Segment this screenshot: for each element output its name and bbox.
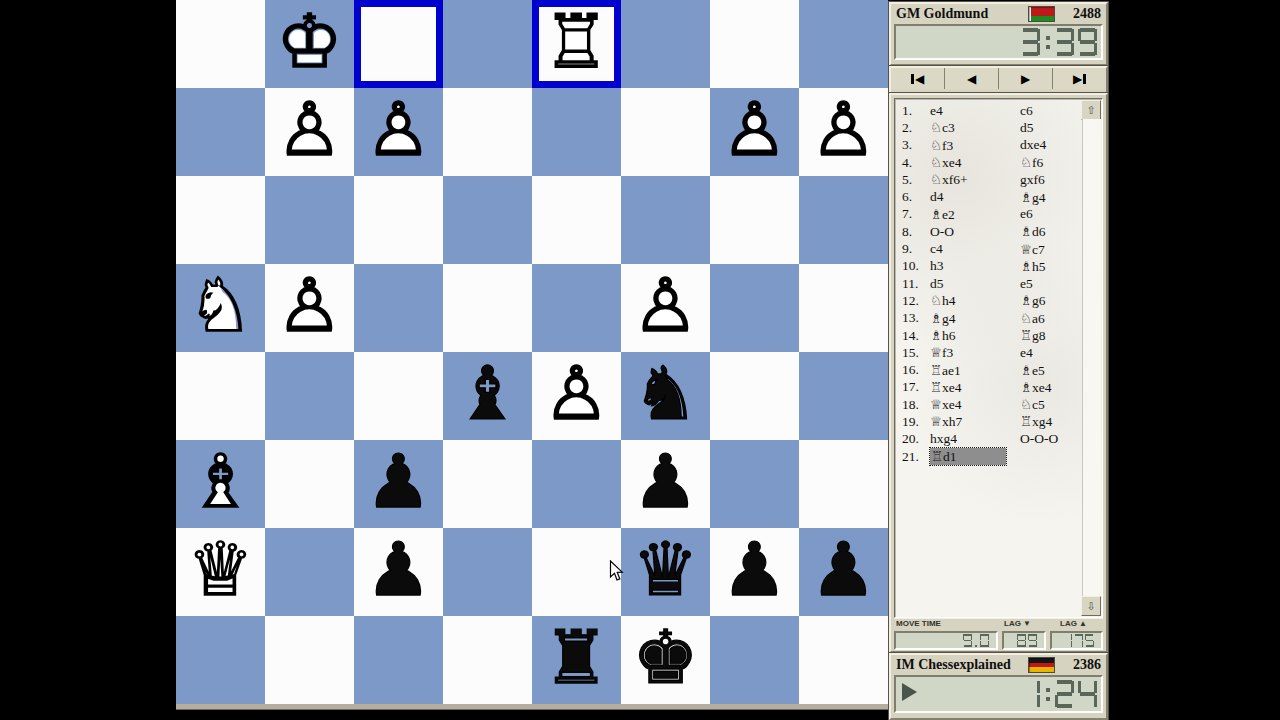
square-g6[interactable] — [265, 440, 354, 528]
chess-board: ♚♔♜♖♟♙♟♙♟♙♟♙♞♘♟♙♟♙♝♟♙♞♝♗♟♟♛♕♟♛♟♟♜♚ — [176, 0, 888, 704]
move-number: 11. — [897, 276, 930, 292]
move-number: 15. — [897, 345, 930, 361]
white-move[interactable]: d5 — [930, 276, 1020, 292]
black-move[interactable]: e5 — [1020, 276, 1082, 292]
piece-black-king: ♚ — [621, 616, 710, 704]
piece-white-pawn: ♟♙ — [532, 352, 621, 440]
square-h2[interactable] — [176, 88, 265, 176]
square-b3[interactable] — [710, 176, 799, 264]
last-move-bar-icon — [1083, 74, 1086, 84]
piece-white-knight: ♞♘ — [176, 264, 265, 352]
white-move[interactable]: ♗h6 — [930, 327, 1020, 344]
square-d2[interactable] — [532, 88, 621, 176]
move-row-7: 7.♗e2e6 — [897, 206, 1082, 223]
square-a6[interactable] — [799, 440, 888, 528]
first-move-bar-icon — [911, 74, 914, 84]
move-number: 8. — [897, 224, 930, 240]
on-move-indicator-icon — [902, 683, 917, 701]
white-move[interactable]: ♖xe4 — [930, 379, 1020, 396]
white-move[interactable]: h3 — [930, 258, 1020, 274]
move-number: 5. — [897, 172, 930, 188]
square-f1[interactable] — [354, 0, 443, 88]
white-move[interactable]: ♘xf6+ — [930, 171, 1020, 188]
piece-white-pawn: ♟♙ — [265, 88, 354, 176]
last-move-icon: ▶ — [1073, 73, 1082, 85]
square-a8[interactable] — [799, 616, 888, 704]
square-e2[interactable] — [443, 88, 532, 176]
move-row-3: 3.♘f3dxe4 — [897, 137, 1082, 154]
black-move[interactable]: ♗d6 — [1020, 223, 1082, 240]
black-move[interactable]: d5 — [1020, 120, 1082, 136]
move-number: 14. — [897, 328, 930, 344]
status-labels-row: MOVE TIME LAG ▼ LAG ▲ — [894, 618, 1103, 632]
black-move[interactable]: ♗h5 — [1020, 258, 1082, 275]
square-c7[interactable]: ♛ — [621, 528, 710, 616]
last-move-button[interactable]: ▶ — [1053, 68, 1106, 89]
white-move[interactable]: ♘xe4 — [930, 154, 1020, 171]
square-f3[interactable] — [354, 176, 443, 264]
white-move[interactable]: ♗e2 — [930, 206, 1020, 223]
selected-move[interactable]: ♖d1 — [930, 448, 1006, 465]
top-player-name: GM Goldmund — [896, 6, 1028, 22]
bottom-player-rating: 2386 — [1055, 657, 1101, 673]
move-number: 12. — [897, 293, 930, 309]
move-number: 17. — [897, 379, 930, 395]
square-g2[interactable]: ♟♙ — [265, 88, 354, 176]
white-move[interactable]: ♘f3 — [930, 137, 1020, 154]
move-row-18: 18.♕xe4♘c5 — [897, 396, 1082, 413]
square-e5[interactable]: ♝ — [443, 352, 532, 440]
move-row-8: 8.O-O♗d6 — [897, 223, 1082, 240]
square-c5[interactable]: ♞ — [621, 352, 710, 440]
piece-black-pawn: ♟ — [710, 528, 799, 616]
move-row-2: 2.♘c3d5 — [897, 119, 1082, 136]
square-h8[interactable] — [176, 616, 265, 704]
piece-white-pawn: ♟♙ — [354, 88, 443, 176]
square-a7[interactable]: ♟ — [799, 528, 888, 616]
white-move[interactable]: ♕f3 — [930, 344, 1020, 361]
move-number: 9. — [897, 241, 930, 257]
square-g3[interactable] — [265, 176, 354, 264]
square-g8[interactable] — [265, 616, 354, 704]
move-row-11: 11.d5e5 — [897, 275, 1082, 292]
black-move[interactable]: ♖g8 — [1020, 327, 1082, 344]
piece-black-bishop: ♝ — [443, 352, 532, 440]
status-boxes-row — [894, 631, 1103, 650]
top-player-name-row: GM Goldmund 2488 — [891, 4, 1106, 23]
square-a2[interactable]: ♟♙ — [799, 88, 888, 176]
square-h6[interactable]: ♝♗ — [176, 440, 265, 528]
move-number: 16. — [897, 362, 930, 378]
square-c6[interactable]: ♟ — [621, 440, 710, 528]
move-row-16: 16.♖ae1♗e5 — [897, 361, 1082, 378]
square-f7[interactable]: ♟ — [354, 528, 443, 616]
white-move[interactable]: hxg4 — [930, 431, 1020, 447]
square-e6[interactable] — [443, 440, 532, 528]
piece-black-pawn: ♟ — [354, 440, 443, 528]
bottom-player-flag-germany — [1028, 657, 1055, 673]
piece-black-pawn: ♟ — [799, 528, 888, 616]
white-move[interactable]: ♕xh7 — [930, 413, 1020, 430]
square-e3[interactable] — [443, 176, 532, 264]
move-row-21: 21.♖d1 — [897, 448, 1082, 465]
move-row-14: 14.♗h6♖g8 — [897, 327, 1082, 344]
scroll-down-icon: ⇩ — [1086, 600, 1095, 613]
move-row-6: 6.d4♗g4 — [897, 188, 1082, 205]
square-c3[interactable] — [621, 176, 710, 264]
move-row-10: 10.h3♗h5 — [897, 258, 1082, 275]
square-g5[interactable] — [265, 352, 354, 440]
black-move[interactable]: ♗g6 — [1020, 292, 1082, 309]
move-number: 13. — [897, 310, 930, 326]
piece-white-pawn: ♟♙ — [710, 88, 799, 176]
move-number: 1. — [897, 103, 930, 119]
white-move[interactable]: ♖d1 — [930, 448, 1020, 465]
square-b4[interactable] — [710, 264, 799, 352]
square-h3[interactable] — [176, 176, 265, 264]
black-move[interactable]: ♗e5 — [1020, 362, 1082, 379]
top-player-clock — [894, 24, 1103, 60]
white-move[interactable]: d4 — [930, 189, 1020, 205]
move-number: 6. — [897, 189, 930, 205]
move-number: 21. — [897, 449, 930, 465]
move-list: 1.e4c62.♘c3d53.♘f3dxe44.♘xe4♘f65.♘xf6+gx… — [894, 98, 1103, 618]
black-move[interactable]: ♕c7 — [1020, 241, 1082, 258]
black-move[interactable]: ♗xe4 — [1020, 379, 1082, 396]
move-number: 3. — [897, 137, 930, 153]
move-list-window: 1.e4c62.♘c3d53.♘f3dxe44.♘xe4♘f65.♘xf6+gx… — [889, 93, 1108, 653]
square-e7[interactable] — [443, 528, 532, 616]
move-row-15: 15.♕f3e4 — [897, 344, 1082, 361]
white-move[interactable]: ♖ae1 — [930, 362, 1020, 379]
move-row-13: 13.♗g4♘a6 — [897, 310, 1082, 327]
square-b6[interactable] — [710, 440, 799, 528]
square-b2[interactable]: ♟♙ — [710, 88, 799, 176]
black-move[interactable]: e4 — [1020, 345, 1082, 361]
square-c4[interactable]: ♟♙ — [621, 264, 710, 352]
scroll-up-button[interactable]: ⇧ — [1081, 100, 1101, 120]
piece-white-pawn: ♟♙ — [265, 264, 354, 352]
move-row-1: 1.e4c6 — [897, 102, 1082, 119]
square-a1[interactable] — [799, 0, 888, 88]
square-b1[interactable] — [710, 0, 799, 88]
square-a5[interactable] — [799, 352, 888, 440]
top-player-rating: 2488 — [1055, 6, 1101, 22]
piece-white-pawn: ♟♙ — [799, 88, 888, 176]
first-move-button[interactable]: ◀ — [891, 68, 945, 89]
move-number: 20. — [897, 431, 930, 447]
next-move-button[interactable]: ▶ — [999, 68, 1053, 89]
lag-up-display — [1050, 631, 1103, 650]
square-g4[interactable]: ♟♙ — [265, 264, 354, 352]
square-h5[interactable] — [176, 352, 265, 440]
black-move[interactable]: ♖xg4 — [1020, 413, 1082, 430]
white-move[interactable]: e4 — [930, 103, 1020, 119]
square-d8[interactable]: ♜ — [532, 616, 621, 704]
white-move[interactable]: O-O — [930, 224, 1020, 240]
square-b7[interactable]: ♟ — [710, 528, 799, 616]
move-number: 2. — [897, 120, 930, 136]
square-d3[interactable] — [532, 176, 621, 264]
square-d4[interactable] — [532, 264, 621, 352]
bottom-player-name-row: IM Chessexplained 2386 — [891, 655, 1106, 674]
scroll-up-icon: ⇧ — [1086, 104, 1095, 117]
piece-black-rook: ♜ — [532, 616, 621, 704]
square-h4[interactable]: ♞♘ — [176, 264, 265, 352]
square-f4[interactable] — [354, 264, 443, 352]
move-number: 10. — [897, 258, 930, 274]
move-row-17: 17.♖xe4♗xe4 — [897, 379, 1082, 396]
bottom-player-clock — [894, 675, 1103, 713]
white-move[interactable]: ♗g4 — [930, 310, 1020, 327]
move-row-9: 9.c4♕c7 — [897, 240, 1082, 257]
piece-black-pawn: ♟ — [354, 528, 443, 616]
square-d7[interactable] — [532, 528, 621, 616]
move-row-20: 20.hxg4O-O-O — [897, 431, 1082, 448]
black-move[interactable]: ♘c5 — [1020, 396, 1082, 413]
top-player-panel: GM Goldmund 2488 — [889, 2, 1108, 66]
square-b8[interactable] — [710, 616, 799, 704]
black-move[interactable]: ♗g4 — [1020, 189, 1082, 206]
piece-white-queen: ♛♕ — [176, 528, 265, 616]
square-g7[interactable] — [265, 528, 354, 616]
square-d1[interactable]: ♜♖ — [532, 0, 621, 88]
square-d6[interactable] — [532, 440, 621, 528]
square-f5[interactable] — [354, 352, 443, 440]
move-number: 4. — [897, 155, 930, 171]
previous-move-icon: ◀ — [967, 73, 976, 85]
square-g1[interactable]: ♚♔ — [265, 0, 354, 88]
black-move[interactable]: gxf6 — [1020, 172, 1082, 188]
move-row-19: 19.♕xh7♖xg4 — [897, 413, 1082, 430]
scrollbar-track[interactable] — [1082, 119, 1101, 597]
black-move[interactable]: ♘a6 — [1020, 310, 1082, 327]
move-row-4: 4.♘xe4♘f6 — [897, 154, 1082, 171]
move-number: 18. — [897, 397, 930, 413]
piece-white-pawn: ♟♙ — [621, 264, 710, 352]
bottom-player-name: IM Chessexplained — [896, 657, 1028, 673]
move-time-display — [894, 631, 998, 650]
move-row-12: 12.♘h4♗g6 — [897, 292, 1082, 309]
piece-white-bishop: ♝♗ — [176, 440, 265, 528]
piece-white-rook: ♜♖ — [532, 0, 621, 88]
square-c8[interactable]: ♚ — [621, 616, 710, 704]
square-c2[interactable] — [621, 88, 710, 176]
piece-black-knight: ♞ — [621, 352, 710, 440]
move-navigation-bar: ◀ ◀ ▶ ▶ — [889, 66, 1108, 95]
square-h7[interactable]: ♛♕ — [176, 528, 265, 616]
piece-black-pawn: ♟ — [621, 440, 710, 528]
black-move[interactable]: O-O-O — [1020, 431, 1082, 447]
square-f8[interactable] — [354, 616, 443, 704]
board-bottom-edge — [176, 704, 888, 710]
top-player-flag-belarus — [1028, 6, 1055, 22]
piece-white-king: ♚♔ — [265, 0, 354, 88]
square-d5[interactable]: ♟♙ — [532, 352, 621, 440]
square-f6[interactable]: ♟ — [354, 440, 443, 528]
move-number: 19. — [897, 414, 930, 430]
first-move-icon: ◀ — [915, 73, 924, 85]
square-a4[interactable] — [799, 264, 888, 352]
square-c1[interactable] — [621, 0, 710, 88]
move-number: 7. — [897, 206, 930, 222]
square-e8[interactable] — [443, 616, 532, 704]
lag-down-display — [1002, 631, 1046, 650]
bottom-player-panel: IM Chessexplained 2386 — [889, 653, 1108, 720]
white-move[interactable]: ♕xe4 — [930, 396, 1020, 413]
square-e4[interactable] — [443, 264, 532, 352]
scroll-down-button[interactable]: ⇩ — [1081, 596, 1101, 616]
square-b5[interactable] — [710, 352, 799, 440]
square-a3[interactable] — [799, 176, 888, 264]
mouse-cursor-icon — [609, 560, 624, 582]
square-e1[interactable] — [443, 0, 532, 88]
square-h1[interactable] — [176, 0, 265, 88]
piece-black-queen: ♛ — [621, 528, 710, 616]
black-move[interactable]: dxe4 — [1020, 137, 1082, 153]
square-f2[interactable]: ♟♙ — [354, 88, 443, 176]
white-move[interactable]: ♘c3 — [930, 119, 1020, 136]
white-move[interactable]: ♘h4 — [930, 292, 1020, 309]
next-move-icon: ▶ — [1021, 73, 1030, 85]
black-move[interactable]: ♘f6 — [1020, 154, 1082, 171]
black-move[interactable]: c6 — [1020, 103, 1082, 119]
previous-move-button[interactable]: ◀ — [945, 68, 999, 89]
white-move[interactable]: c4 — [930, 241, 1020, 257]
move-row-5: 5.♘xf6+gxf6 — [897, 171, 1082, 188]
black-move[interactable]: e6 — [1020, 206, 1082, 222]
